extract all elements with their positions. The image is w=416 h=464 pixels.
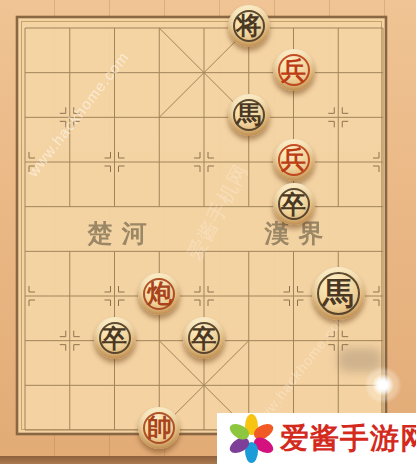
piece-red-cannon[interactable]: 炮	[138, 273, 180, 315]
piece-character: 馬	[228, 94, 270, 136]
piece-character: 兵	[273, 139, 315, 181]
piece-character: 将	[228, 5, 270, 47]
piece-character: 馬	[312, 267, 365, 320]
piece-red-soldier-1[interactable]: 兵	[273, 49, 315, 91]
piece-black-soldier-1[interactable]: 卒	[273, 183, 315, 225]
piece-layer: 将兵馬兵卒炮馬卒卒帥	[0, 0, 416, 464]
piece-black-horse-1[interactable]: 馬	[228, 94, 270, 136]
xiangqi-app: 楚河 漢界 www.hackhome.com爱酱手机网www.hackhome.…	[0, 0, 416, 464]
piece-character: 卒	[183, 317, 225, 359]
site-logo: 爱酱手游网	[217, 413, 416, 464]
piece-character: 卒	[273, 183, 315, 225]
piece-character: 卒	[94, 317, 136, 359]
site-name-text: 爱酱手游网	[280, 419, 416, 459]
piece-black-soldier-3[interactable]: 卒	[183, 317, 225, 359]
piece-character: 兵	[273, 49, 315, 91]
piece-black-general[interactable]: 将	[228, 5, 270, 47]
piece-character: 帥	[138, 407, 180, 449]
piece-red-general[interactable]: 帥	[138, 407, 180, 449]
pinwheel-flower-icon	[226, 414, 276, 464]
piece-black-soldier-2[interactable]: 卒	[94, 317, 136, 359]
piece-character: 炮	[138, 273, 180, 315]
piece-black-horse-2[interactable]: 馬	[312, 267, 365, 320]
piece-red-soldier-2[interactable]: 兵	[273, 139, 315, 181]
